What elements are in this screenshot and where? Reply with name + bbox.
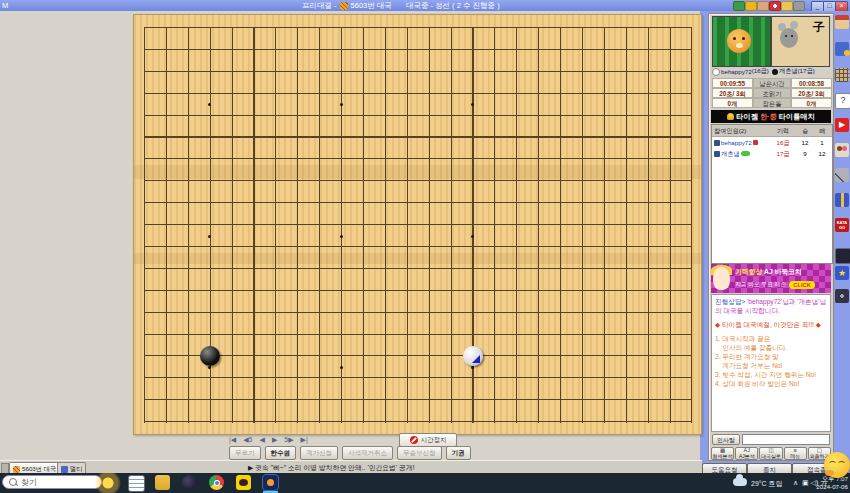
nav-fwd5-button[interactable]: 5▶ — [284, 436, 293, 444]
ad-banner[interactable]: 기력향상 AJ 바둑코치 지금 바로 무료 레슨CLICK — [711, 264, 831, 293]
white-stone-icon — [712, 68, 720, 76]
no-icon — [410, 436, 418, 444]
hoshi-point — [340, 235, 343, 238]
resign-button[interactable]: 기권 — [446, 446, 471, 460]
count-request-button[interactable]: 계가신청 — [300, 446, 338, 460]
hoshi-point — [208, 235, 211, 238]
white-time: 00:09:55 — [712, 78, 753, 88]
multi-icon — [61, 466, 68, 473]
lamp-icon[interactable] — [781, 1, 793, 11]
hoshi-point — [471, 366, 474, 369]
time-table: 00:09:55 남은시간 00:08:58 20초/ 3회 초읽기 20초/ … — [712, 78, 830, 108]
participant-row[interactable]: 개촌냄 17급 9 12 — [712, 148, 832, 159]
black-time: 00:08:58 — [791, 78, 832, 88]
search-icon — [9, 478, 17, 486]
hoshi-point — [471, 103, 474, 106]
black-captured: 0개 — [791, 98, 832, 108]
white-stone-Q4[interactable] — [463, 346, 483, 366]
tygem-taskbar-icon[interactable] — [263, 475, 278, 490]
analysis-button[interactable]: ▦형세분석 — [711, 447, 734, 460]
white-player-name: behappy72 — [721, 68, 752, 75]
rule-line: 4. 상대 회원 비하 발언은 No! — [715, 379, 830, 388]
app-window: M 프리대결 - 5603번 대국 대국중 - 정선 ( 2 수 진행중 ) _… — [0, 0, 850, 493]
go-board[interactable] — [133, 14, 702, 435]
participant-row[interactable]: behappy72 16급 12 1 — [712, 137, 832, 148]
game-info-panel: 子 behappy72(16급) 개촌냄(17급) 00:09:55 남은시간 … — [708, 13, 834, 461]
hoshi-point — [340, 103, 343, 106]
chrome-taskbar-icon[interactable] — [209, 475, 224, 490]
last-move-marker — [472, 355, 480, 363]
nav-fwd-button[interactable]: ▶ — [272, 436, 277, 444]
rule-line: 1. 대국시작과 끝은 — [715, 334, 830, 343]
app-taskbar-icon[interactable] — [182, 475, 197, 490]
chat-system-prefix: 진행상담> — [715, 298, 745, 305]
gift-icon[interactable] — [835, 193, 849, 207]
hoshi-point — [208, 103, 211, 106]
black-player-avatar: 子 — [771, 16, 830, 67]
match-board-icon[interactable] — [835, 289, 849, 303]
greeting-button[interactable]: 인사말 — [712, 434, 740, 445]
player-names-bar: behappy72(16급) 개촌냄(17급) — [711, 66, 831, 77]
emoticon-character[interactable] — [824, 452, 850, 478]
katago-icon[interactable]: KATA GO — [835, 218, 849, 232]
shop-icon[interactable] — [835, 15, 849, 29]
black-byoyomi: 20초/ 3회 — [791, 88, 832, 98]
weather-widget-icon[interactable] — [733, 478, 747, 486]
tools-icon[interactable] — [835, 168, 849, 182]
pass-button[interactable]: 한수쉼 — [265, 446, 297, 460]
windows-taskbar: 찾기 1 29°C 흐림 ∧ ▣ ◁) 가 오후 7:07 2024-07-06 — [0, 473, 850, 493]
emoji-eye — [829, 461, 836, 466]
window-icon: M — [2, 1, 8, 10]
menu-button[interactable]: ≡메뉴 — [784, 447, 807, 460]
hoshi-point — [340, 366, 343, 369]
active-app-underline — [263, 491, 278, 493]
notepad-taskbar-icon[interactable] — [128, 475, 145, 492]
star-icon[interactable]: ★ — [835, 266, 849, 280]
weather-sun-icon — [94, 470, 122, 493]
youtube-icon[interactable]: ▶ — [835, 118, 849, 132]
kifu-board-icon[interactable] — [835, 68, 849, 82]
action-buttons: 무르기 한수쉼 계가신청 사석제거취소 무승부신청 기권 — [229, 446, 471, 460]
time-pause-button[interactable]: 시간정지 — [399, 433, 457, 447]
avatar-hanja: 子 — [813, 19, 825, 36]
emoji-eye — [838, 461, 845, 466]
hand-icon[interactable] — [757, 1, 769, 11]
rule-line: 계가요청 거부는 No! — [715, 361, 830, 370]
tiger-icon — [340, 2, 348, 10]
white-byoyomi: 20초/ 3회 — [712, 88, 753, 98]
black-stone-icon — [772, 69, 778, 75]
rule-line: 2. 무리한 계가요청 및 — [715, 352, 830, 361]
event-banner: 타이젬 한·중 타이틀매치 — [711, 110, 831, 123]
nav-first-button[interactable]: |◀ — [229, 436, 236, 444]
tray-chevron-icon[interactable]: ∧ — [793, 479, 798, 487]
black-stone-D4[interactable] — [200, 346, 220, 366]
rule-line: 3. 헛수 착점, 시간 지연 행위는 No! — [715, 370, 830, 379]
friends-icon[interactable] — [835, 143, 849, 157]
hoshi-point — [208, 366, 211, 369]
etiquette-notice: ◆ 타이젬 대국예절, 이것만은 꼭!!! ◆ — [715, 320, 830, 329]
tiger-icon — [13, 466, 20, 473]
flag-icon — [753, 140, 758, 145]
user-icon — [714, 140, 720, 146]
black-player-name: 개촌냄 — [779, 67, 798, 76]
room-icon[interactable] — [733, 1, 745, 11]
explorer-taskbar-icon[interactable] — [155, 475, 170, 490]
draw-request-button[interactable]: 무승부신청 — [397, 446, 442, 460]
side-toolbar: ▦형세분석 AJAJ분석 ◫대국실로 ≡메뉴 ▢외출하기 — [711, 447, 831, 460]
title-bar: M 프리대결 - 5603번 대국 대국중 - 정선 ( 2 수 진행중 ) _… — [0, 0, 850, 11]
window-title: 프리대결 - 5603번 대국 대국중 - 정선 ( 2 수 진행중 ) — [302, 1, 500, 11]
nav-last-button[interactable]: ▶| — [301, 436, 308, 444]
undo-button[interactable]: 무르기 — [229, 446, 261, 460]
kakaotalk-taskbar-icon[interactable] — [236, 475, 251, 490]
board-grid[interactable] — [144, 27, 692, 423]
weather-text[interactable]: 29°C 흐림 — [751, 479, 783, 489]
news-ticker[interactable]: ▶ 귓속 "삐~" 소리 이명 방치하면 안돼.. '민간요법' 공개! — [248, 463, 415, 473]
move-nav: |◀ ◀5 ◀ ▶ 5▶ ▶| — [229, 434, 308, 445]
person-icon[interactable] — [793, 1, 805, 11]
chat-log[interactable]: 진행상담> 'behappy72'님과 '개촌냄'님의 대국을 시작합니다. ◆… — [711, 294, 831, 432]
help-doc-icon[interactable]: ? — [835, 93, 850, 109]
dead-stone-cancel-button[interactable]: 사석제거취소 — [342, 446, 393, 460]
rule-line: 인사의 예를 갖춥니다. — [715, 343, 830, 352]
market-icon[interactable] — [835, 42, 849, 56]
to-lobby-button[interactable]: ◫대국실로 — [759, 447, 782, 460]
participant-table: 참여인원(2) 기력 승 패 behappy72 16급 12 1 개촌냄 — [711, 124, 833, 264]
chat-input[interactable] — [742, 434, 830, 445]
nav-back5-button[interactable]: ◀5 — [243, 436, 252, 444]
aj-analysis-button[interactable]: AJAJ분석 — [735, 447, 758, 460]
chat-badge-icon — [741, 151, 750, 156]
trophy-icon[interactable] — [745, 1, 757, 11]
emoji-hand — [825, 470, 834, 476]
white-player-avatar — [712, 16, 771, 67]
forbid-icon[interactable] — [769, 1, 781, 11]
tv-icon[interactable] — [835, 248, 850, 264]
user-icon — [714, 151, 720, 157]
ad-click-button[interactable]: CLICK — [789, 281, 815, 289]
nav-back-button[interactable]: ◀ — [259, 436, 264, 444]
white-captured: 0개 — [712, 98, 753, 108]
taskbar-search[interactable]: 찾기 — [2, 475, 102, 489]
hoshi-point — [471, 235, 474, 238]
trophy-cup-icon — [727, 113, 734, 120]
